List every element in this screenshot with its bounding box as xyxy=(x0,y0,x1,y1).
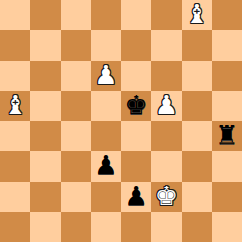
white-king[interactable]: ♚ xyxy=(155,183,178,209)
square-g3[interactable] xyxy=(182,151,212,181)
square-h3[interactable] xyxy=(212,151,242,181)
square-e7[interactable] xyxy=(121,30,151,60)
black-rook[interactable]: ♜ xyxy=(215,122,238,148)
square-f6[interactable] xyxy=(151,61,181,91)
square-b5[interactable] xyxy=(30,91,60,121)
white-pawn[interactable]: ♟ xyxy=(94,62,117,88)
square-d6[interactable]: ♟ xyxy=(91,61,121,91)
square-g8[interactable]: ♝ xyxy=(182,0,212,30)
square-h5[interactable] xyxy=(212,91,242,121)
square-h7[interactable] xyxy=(212,30,242,60)
square-c1[interactable] xyxy=(61,212,91,242)
square-e3[interactable] xyxy=(121,151,151,181)
white-bishop[interactable]: ♝ xyxy=(185,1,208,27)
black-king[interactable]: ♚ xyxy=(124,92,147,118)
chess-board: ♝♟♝♚♟♜♟♟♚ xyxy=(0,0,242,242)
square-a3[interactable] xyxy=(0,151,30,181)
square-d7[interactable] xyxy=(91,30,121,60)
square-b6[interactable] xyxy=(30,61,60,91)
black-pawn[interactable]: ♟ xyxy=(124,183,147,209)
white-pawn[interactable]: ♟ xyxy=(155,92,178,118)
square-d2[interactable] xyxy=(91,182,121,212)
square-f3[interactable] xyxy=(151,151,181,181)
square-a4[interactable] xyxy=(0,121,30,151)
square-e5[interactable]: ♚ xyxy=(121,91,151,121)
square-e6[interactable] xyxy=(121,61,151,91)
square-f7[interactable] xyxy=(151,30,181,60)
square-d3[interactable]: ♟ xyxy=(91,151,121,181)
square-g7[interactable] xyxy=(182,30,212,60)
square-c2[interactable] xyxy=(61,182,91,212)
square-b1[interactable] xyxy=(30,212,60,242)
square-f1[interactable] xyxy=(151,212,181,242)
square-g2[interactable] xyxy=(182,182,212,212)
square-f4[interactable] xyxy=(151,121,181,151)
chess-board-container: ♝♟♝♚♟♜♟♟♚ xyxy=(0,0,242,242)
square-a6[interactable] xyxy=(0,61,30,91)
square-g1[interactable] xyxy=(182,212,212,242)
white-bishop[interactable]: ♝ xyxy=(3,92,26,118)
square-c5[interactable] xyxy=(61,91,91,121)
square-c8[interactable] xyxy=(61,0,91,30)
square-e4[interactable] xyxy=(121,121,151,151)
square-b4[interactable] xyxy=(30,121,60,151)
square-d1[interactable] xyxy=(91,212,121,242)
square-c7[interactable] xyxy=(61,30,91,60)
square-d4[interactable] xyxy=(91,121,121,151)
square-h4[interactable]: ♜ xyxy=(212,121,242,151)
square-c4[interactable] xyxy=(61,121,91,151)
square-a1[interactable] xyxy=(0,212,30,242)
square-a8[interactable] xyxy=(0,0,30,30)
square-b3[interactable] xyxy=(30,151,60,181)
square-f5[interactable]: ♟ xyxy=(151,91,181,121)
square-g6[interactable] xyxy=(182,61,212,91)
square-h6[interactable] xyxy=(212,61,242,91)
square-b2[interactable] xyxy=(30,182,60,212)
square-f2[interactable]: ♚ xyxy=(151,182,181,212)
square-h8[interactable] xyxy=(212,0,242,30)
square-g4[interactable] xyxy=(182,121,212,151)
square-a2[interactable] xyxy=(0,182,30,212)
square-h1[interactable] xyxy=(212,212,242,242)
square-a7[interactable] xyxy=(0,30,30,60)
square-e2[interactable]: ♟ xyxy=(121,182,151,212)
square-e8[interactable] xyxy=(121,0,151,30)
square-g5[interactable] xyxy=(182,91,212,121)
square-f8[interactable] xyxy=(151,0,181,30)
black-pawn[interactable]: ♟ xyxy=(94,152,117,178)
square-a5[interactable]: ♝ xyxy=(0,91,30,121)
square-e1[interactable] xyxy=(121,212,151,242)
square-c3[interactable] xyxy=(61,151,91,181)
square-d8[interactable] xyxy=(91,0,121,30)
square-h2[interactable] xyxy=(212,182,242,212)
square-c6[interactable] xyxy=(61,61,91,91)
square-b7[interactable] xyxy=(30,30,60,60)
square-b8[interactable] xyxy=(30,0,60,30)
square-d5[interactable] xyxy=(91,91,121,121)
